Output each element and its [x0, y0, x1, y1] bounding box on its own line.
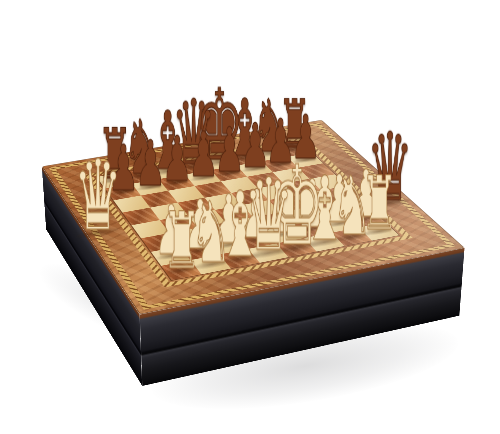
product-photo: ♜♞♝♛♚♝♞♜♟♟♟♟♟♟♟♟♟♟♟♟♟♟♟♟♜♞♝♛♚♝♞♜♛♛ — [0, 0, 500, 434]
piece-glyph: ♟ — [134, 132, 165, 195]
piece-glyph: ♛ — [74, 147, 122, 244]
piece-glyph: ♜ — [162, 201, 201, 279]
chess-box: ♜♞♝♛♚♝♞♜♟♟♟♟♟♟♟♟♟♟♟♟♟♟♟♟♜♞♝♛♚♝♞♜♛♛ — [42, 120, 465, 315]
